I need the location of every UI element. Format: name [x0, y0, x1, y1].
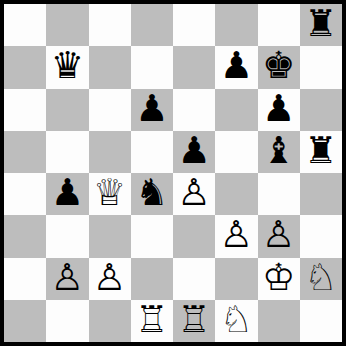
square-d5[interactable] — [131, 131, 173, 173]
square-c3[interactable] — [89, 215, 131, 257]
square-e4[interactable]: ♙ — [173, 173, 215, 215]
square-h5[interactable]: ♜ — [300, 131, 342, 173]
square-b8[interactable] — [46, 4, 88, 46]
square-a8[interactable] — [4, 4, 46, 46]
square-h1[interactable] — [300, 300, 342, 342]
piece-black-rook: ♜ — [304, 4, 337, 45]
square-f2[interactable] — [215, 258, 257, 300]
piece-black-queen: ♛ — [51, 46, 84, 87]
square-h8[interactable]: ♜ — [300, 4, 342, 46]
piece-black-king: ♚ — [262, 46, 295, 87]
piece-white-queen: ♕ — [93, 173, 126, 214]
square-b3[interactable] — [46, 215, 88, 257]
square-d7[interactable] — [131, 46, 173, 88]
square-f1[interactable]: ♘ — [215, 300, 257, 342]
square-d8[interactable] — [131, 4, 173, 46]
square-d4[interactable]: ♞ — [131, 173, 173, 215]
piece-white-rook: ♖ — [135, 300, 168, 341]
piece-black-knight: ♞ — [135, 173, 168, 214]
piece-white-rook: ♖ — [178, 300, 211, 341]
square-e6[interactable] — [173, 89, 215, 131]
square-a5[interactable] — [4, 131, 46, 173]
piece-black-rook: ♜ — [304, 131, 337, 172]
square-g7[interactable]: ♚ — [258, 46, 300, 88]
square-f3[interactable]: ♙ — [215, 215, 257, 257]
square-e5[interactable]: ♟ — [173, 131, 215, 173]
square-b7[interactable]: ♛ — [46, 46, 88, 88]
piece-white-pawn: ♙ — [93, 258, 126, 299]
square-h2[interactable]: ♘ — [300, 258, 342, 300]
piece-white-knight: ♘ — [220, 300, 253, 341]
square-g6[interactable]: ♟ — [258, 89, 300, 131]
square-g2[interactable]: ♔ — [258, 258, 300, 300]
square-b5[interactable] — [46, 131, 88, 173]
square-e2[interactable] — [173, 258, 215, 300]
square-d3[interactable] — [131, 215, 173, 257]
square-c7[interactable] — [89, 46, 131, 88]
square-g5[interactable]: ♝ — [258, 131, 300, 173]
piece-white-king: ♔ — [262, 258, 295, 299]
piece-black-bishop: ♝ — [262, 131, 295, 172]
piece-black-pawn: ♟ — [262, 89, 295, 130]
square-b6[interactable] — [46, 89, 88, 131]
square-b4[interactable]: ♟ — [46, 173, 88, 215]
chessboard: ♜♛♟♚♟♟♟♝♜♟♕♞♙♙♙♙♙♔♘♖♖♘ — [4, 4, 342, 342]
square-d1[interactable]: ♖ — [131, 300, 173, 342]
square-a3[interactable] — [4, 215, 46, 257]
square-c1[interactable] — [89, 300, 131, 342]
square-a4[interactable] — [4, 173, 46, 215]
piece-white-pawn: ♙ — [220, 215, 253, 256]
piece-white-pawn: ♙ — [51, 258, 84, 299]
square-d6[interactable]: ♟ — [131, 89, 173, 131]
piece-white-pawn: ♙ — [178, 173, 211, 214]
piece-black-pawn: ♟ — [220, 46, 253, 87]
square-f7[interactable]: ♟ — [215, 46, 257, 88]
piece-white-pawn: ♙ — [262, 215, 295, 256]
piece-white-knight: ♘ — [304, 258, 337, 299]
square-e7[interactable] — [173, 46, 215, 88]
square-e1[interactable]: ♖ — [173, 300, 215, 342]
square-g8[interactable] — [258, 4, 300, 46]
square-c2[interactable]: ♙ — [89, 258, 131, 300]
square-h7[interactable] — [300, 46, 342, 88]
square-g3[interactable]: ♙ — [258, 215, 300, 257]
piece-black-pawn: ♟ — [51, 173, 84, 214]
square-h4[interactable] — [300, 173, 342, 215]
square-c8[interactable] — [89, 4, 131, 46]
square-b2[interactable]: ♙ — [46, 258, 88, 300]
square-a7[interactable] — [4, 46, 46, 88]
square-f5[interactable] — [215, 131, 257, 173]
square-c4[interactable]: ♕ — [89, 173, 131, 215]
square-h3[interactable] — [300, 215, 342, 257]
square-c5[interactable] — [89, 131, 131, 173]
square-f8[interactable] — [215, 4, 257, 46]
square-c6[interactable] — [89, 89, 131, 131]
square-e3[interactable] — [173, 215, 215, 257]
square-f4[interactable] — [215, 173, 257, 215]
square-g4[interactable] — [258, 173, 300, 215]
piece-black-pawn: ♟ — [178, 131, 211, 172]
square-h6[interactable] — [300, 89, 342, 131]
square-g1[interactable] — [258, 300, 300, 342]
piece-black-pawn: ♟ — [135, 89, 168, 130]
square-d2[interactable] — [131, 258, 173, 300]
square-f6[interactable] — [215, 89, 257, 131]
square-a1[interactable] — [4, 300, 46, 342]
square-a6[interactable] — [4, 89, 46, 131]
square-e8[interactable] — [173, 4, 215, 46]
board-frame: ♜♛♟♚♟♟♟♝♜♟♕♞♙♙♙♙♙♔♘♖♖♘ — [0, 0, 346, 346]
square-a2[interactable] — [4, 258, 46, 300]
square-b1[interactable] — [46, 300, 88, 342]
